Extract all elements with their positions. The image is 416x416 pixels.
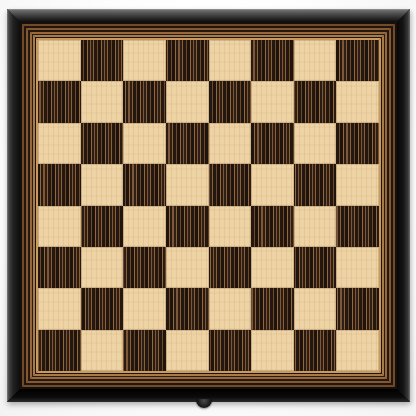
square-h7[interactable]	[336, 81, 379, 122]
square-a1[interactable]	[38, 330, 81, 371]
square-c2[interactable]	[123, 288, 166, 329]
square-f8[interactable]	[251, 40, 294, 81]
square-g8[interactable]	[294, 40, 337, 81]
frame-left	[7, 9, 20, 402]
square-f7[interactable]	[251, 81, 294, 122]
square-h3[interactable]	[336, 247, 379, 288]
square-b6[interactable]	[81, 123, 124, 164]
square-f2[interactable]	[251, 288, 294, 329]
square-d1[interactable]	[166, 330, 209, 371]
square-b1[interactable]	[81, 330, 124, 371]
square-g5[interactable]	[294, 164, 337, 205]
square-f5[interactable]	[251, 164, 294, 205]
square-a7[interactable]	[38, 81, 81, 122]
squares-grid	[38, 40, 379, 371]
square-c8[interactable]	[123, 40, 166, 81]
square-f1[interactable]	[251, 330, 294, 371]
product-photo-scene	[0, 0, 416, 416]
square-a6[interactable]	[38, 123, 81, 164]
trim-right	[379, 22, 397, 389]
square-d4[interactable]	[166, 206, 209, 247]
square-f6[interactable]	[251, 123, 294, 164]
chess-board	[7, 9, 410, 402]
square-c3[interactable]	[123, 247, 166, 288]
trim-bottom	[20, 371, 397, 389]
square-a2[interactable]	[38, 288, 81, 329]
frame-right	[397, 9, 410, 402]
square-c7[interactable]	[123, 81, 166, 122]
square-c5[interactable]	[123, 164, 166, 205]
square-a4[interactable]	[38, 206, 81, 247]
trim-left	[20, 22, 38, 389]
clasp-knob	[196, 399, 212, 408]
square-d5[interactable]	[166, 164, 209, 205]
square-e3[interactable]	[209, 247, 252, 288]
square-d6[interactable]	[166, 123, 209, 164]
square-h2[interactable]	[336, 288, 379, 329]
square-h6[interactable]	[336, 123, 379, 164]
square-g1[interactable]	[294, 330, 337, 371]
square-b7[interactable]	[81, 81, 124, 122]
square-g7[interactable]	[294, 81, 337, 122]
square-h4[interactable]	[336, 206, 379, 247]
square-b5[interactable]	[81, 164, 124, 205]
trim-top	[20, 22, 397, 40]
board-inner	[20, 22, 397, 389]
frame-top	[7, 9, 410, 22]
square-e6[interactable]	[209, 123, 252, 164]
square-a3[interactable]	[38, 247, 81, 288]
square-a5[interactable]	[38, 164, 81, 205]
square-g4[interactable]	[294, 206, 337, 247]
square-d7[interactable]	[166, 81, 209, 122]
square-h8[interactable]	[336, 40, 379, 81]
square-b2[interactable]	[81, 288, 124, 329]
square-b3[interactable]	[81, 247, 124, 288]
square-e7[interactable]	[209, 81, 252, 122]
square-e5[interactable]	[209, 164, 252, 205]
square-c6[interactable]	[123, 123, 166, 164]
square-f4[interactable]	[251, 206, 294, 247]
square-d2[interactable]	[166, 288, 209, 329]
square-h5[interactable]	[336, 164, 379, 205]
square-e4[interactable]	[209, 206, 252, 247]
square-e1[interactable]	[209, 330, 252, 371]
square-g3[interactable]	[294, 247, 337, 288]
square-b4[interactable]	[81, 206, 124, 247]
square-e2[interactable]	[209, 288, 252, 329]
square-g6[interactable]	[294, 123, 337, 164]
square-b8[interactable]	[81, 40, 124, 81]
square-e8[interactable]	[209, 40, 252, 81]
square-g2[interactable]	[294, 288, 337, 329]
square-d3[interactable]	[166, 247, 209, 288]
square-c4[interactable]	[123, 206, 166, 247]
square-d8[interactable]	[166, 40, 209, 81]
square-h1[interactable]	[336, 330, 379, 371]
square-a8[interactable]	[38, 40, 81, 81]
square-f3[interactable]	[251, 247, 294, 288]
square-c1[interactable]	[123, 330, 166, 371]
